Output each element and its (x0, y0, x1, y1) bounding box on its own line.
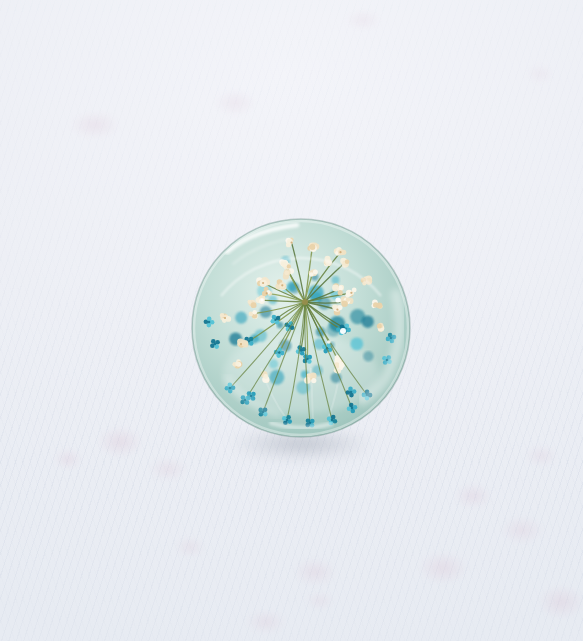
blue-flower-center (208, 321, 211, 324)
sparkle-dot (335, 297, 340, 302)
blue-petal (280, 351, 285, 356)
blue-flower-patch (362, 316, 374, 328)
blue-petal (210, 320, 215, 325)
blue-flower-center (306, 358, 309, 361)
floret-center-dot (281, 284, 283, 286)
blue-flower-center (286, 419, 289, 422)
blue-flower-center (274, 318, 277, 321)
blue-petal (331, 415, 336, 420)
white-floret (309, 272, 314, 277)
white-floret (341, 301, 348, 308)
blue-flower-center (248, 340, 251, 343)
white-floret (220, 313, 225, 318)
shimmer-spot (48, 444, 88, 474)
white-floret (310, 372, 317, 379)
blue-flower-center (214, 343, 217, 346)
blue-flower-patch (235, 312, 247, 324)
shimmer-spot (492, 510, 552, 550)
blue-flower-center (331, 419, 334, 422)
shimmer-spot (528, 578, 583, 626)
shimmer-spot (408, 545, 478, 591)
white-floret (345, 260, 350, 265)
blue-petal (386, 337, 391, 342)
white-floret (345, 293, 350, 298)
white-floret (311, 378, 316, 383)
blue-flower-patch (350, 338, 363, 351)
white-floret (376, 302, 382, 308)
floret-center-dot (266, 292, 268, 294)
floret-center-dot (240, 343, 242, 345)
blue-flower-center (309, 422, 312, 425)
blue-petal (333, 419, 338, 424)
white-floret (284, 271, 289, 276)
sparkle-dot (340, 328, 346, 334)
glass-cabochon (191, 218, 411, 438)
photo (0, 0, 583, 641)
shimmer-spot (338, 5, 388, 35)
blue-flower-center (390, 337, 393, 340)
floret-center-dot (224, 317, 226, 319)
floret-center-dot (336, 308, 338, 310)
white-floret (235, 362, 240, 367)
white-floret (252, 310, 257, 315)
shimmer-spot (168, 532, 212, 562)
blue-petal (349, 393, 354, 398)
shimmer-spot (140, 452, 196, 486)
floret-center-dot (339, 251, 341, 253)
blue-petal (345, 324, 350, 329)
blue-flower-center (278, 351, 281, 354)
white-floret (225, 316, 231, 322)
white-floret (332, 285, 339, 292)
blue-petal (327, 417, 332, 422)
white-floret (309, 244, 315, 250)
shimmer-spot (238, 605, 294, 639)
blue-petal (388, 333, 393, 338)
shimmer-spot (300, 588, 340, 614)
blue-petal (346, 328, 351, 333)
blue-flower-center (250, 395, 253, 398)
floret-center-dot (262, 282, 264, 284)
floret-center-dot (291, 242, 293, 244)
shimmer-spot (205, 85, 265, 121)
shimmer-spot (88, 420, 152, 464)
blue-flower-patch (363, 351, 373, 361)
white-floret (304, 377, 311, 384)
white-floret (313, 270, 318, 275)
shimmer-spot (518, 440, 564, 472)
white-floret (287, 264, 291, 268)
shimmer-spot (60, 105, 130, 145)
white-floret (377, 323, 382, 328)
blue-flower-patch (332, 276, 340, 284)
blue-flower-center (350, 391, 353, 394)
shimmer-spot (285, 552, 345, 592)
shimmer-spot (446, 478, 500, 514)
white-floret (263, 374, 268, 379)
umbel-core (302, 299, 308, 305)
floret-center-dot (350, 292, 352, 294)
white-floret (251, 302, 257, 308)
blue-flower-center (351, 407, 354, 410)
sparkle-dot (327, 340, 331, 344)
sparkle-dot (261, 299, 264, 302)
shimmer-spot (520, 60, 560, 88)
white-floret (338, 290, 343, 295)
blue-petal (351, 409, 356, 414)
white-floret (247, 300, 251, 304)
white-floret (346, 297, 350, 301)
